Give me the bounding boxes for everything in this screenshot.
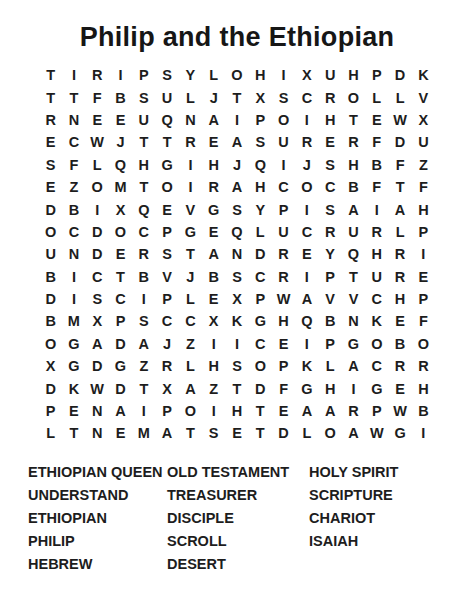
grid-cell[interactable]: C — [132, 221, 155, 243]
grid-cell[interactable]: P — [319, 333, 342, 355]
grid-cell[interactable]: A — [225, 176, 248, 198]
grid-cell[interactable]: S — [225, 266, 248, 288]
grid-cell[interactable]: T — [225, 86, 248, 108]
grid-cell[interactable]: H — [249, 64, 272, 86]
grid-cell[interactable]: E — [109, 243, 132, 265]
grid-cell[interactable]: A — [86, 333, 109, 355]
grid-cell[interactable]: I — [365, 198, 388, 220]
grid-cell[interactable]: H — [412, 377, 435, 399]
grid-cell[interactable]: A — [295, 400, 318, 422]
grid-cell[interactable]: N — [86, 422, 109, 444]
grid-cell[interactable]: S — [132, 86, 155, 108]
grid-cell[interactable]: L — [365, 86, 388, 108]
grid-cell[interactable]: T — [132, 131, 155, 153]
grid-cell[interactable]: I — [86, 198, 109, 220]
grid-cell[interactable]: L — [179, 355, 202, 377]
grid-cell[interactable]: I — [202, 333, 225, 355]
grid-cell[interactable]: G — [179, 221, 202, 243]
grid-cell[interactable]: A — [342, 355, 365, 377]
grid-cell[interactable]: C — [365, 288, 388, 310]
grid-cell[interactable]: W — [272, 288, 295, 310]
grid-cell[interactable]: F — [365, 131, 388, 153]
grid-cell[interactable]: H — [412, 198, 435, 220]
grid-cell[interactable]: A — [202, 243, 225, 265]
grid-cell[interactable]: X — [295, 64, 318, 86]
grid-cell[interactable]: R — [342, 131, 365, 153]
grid-cell[interactable]: I — [342, 377, 365, 399]
grid-cell[interactable]: D — [86, 243, 109, 265]
grid-cell[interactable]: I — [62, 266, 85, 288]
grid-cell[interactable]: O — [86, 176, 109, 198]
grid-cell[interactable]: F — [412, 310, 435, 332]
grid-cell[interactable]: H — [132, 154, 155, 176]
grid-cell[interactable]: K — [295, 355, 318, 377]
grid-cell[interactable]: N — [62, 243, 85, 265]
grid-cell[interactable]: N — [62, 109, 85, 131]
grid-cell[interactable]: P — [155, 221, 178, 243]
grid-cell[interactable]: T — [62, 86, 85, 108]
grid-cell[interactable]: R — [272, 266, 295, 288]
grid-cell[interactable]: C — [155, 310, 178, 332]
grid-cell[interactable]: Y — [249, 198, 272, 220]
grid-cell[interactable]: T — [179, 422, 202, 444]
grid-cell[interactable]: A — [109, 400, 132, 422]
grid-cell[interactable]: W — [388, 400, 411, 422]
grid-cell[interactable]: A — [342, 198, 365, 220]
grid-cell[interactable]: J — [155, 333, 178, 355]
grid-cell[interactable]: O — [225, 64, 248, 86]
grid-cell[interactable]: I — [272, 154, 295, 176]
grid-cell[interactable]: X — [86, 310, 109, 332]
grid-cell[interactable]: R — [39, 109, 62, 131]
grid-cell[interactable]: V — [179, 198, 202, 220]
grid-cell[interactable]: U — [412, 131, 435, 153]
grid-cell[interactable]: A — [202, 109, 225, 131]
grid-cell[interactable]: D — [39, 377, 62, 399]
grid-cell[interactable]: L — [388, 221, 411, 243]
grid-cell[interactable]: L — [86, 154, 109, 176]
grid-cell[interactable]: I — [179, 176, 202, 198]
grid-cell[interactable]: C — [319, 176, 342, 198]
grid-cell[interactable]: J — [109, 131, 132, 153]
grid-cell[interactable]: H — [249, 176, 272, 198]
grid-cell[interactable]: O — [39, 333, 62, 355]
grid-cell[interactable]: J — [295, 154, 318, 176]
grid-cell[interactable]: A — [132, 333, 155, 355]
grid-cell[interactable]: P — [39, 400, 62, 422]
grid-cell[interactable]: K — [225, 310, 248, 332]
grid-cell[interactable]: G — [155, 154, 178, 176]
grid-cell[interactable]: E — [388, 310, 411, 332]
word-list-item: DESERT — [167, 553, 309, 576]
grid-cell[interactable]: P — [272, 198, 295, 220]
grid-cell[interactable]: C — [62, 221, 85, 243]
grid-cell[interactable]: H — [225, 400, 248, 422]
grid-cell[interactable]: F — [365, 176, 388, 198]
grid-cell[interactable]: G — [62, 333, 85, 355]
grid-cell[interactable]: F — [272, 377, 295, 399]
grid-cell[interactable]: T — [249, 400, 272, 422]
grid-cell[interactable]: R — [388, 266, 411, 288]
grid-cell[interactable]: I — [412, 422, 435, 444]
grid-cell[interactable]: P — [109, 310, 132, 332]
grid-cell[interactable]: R — [412, 355, 435, 377]
grid-cell[interactable]: E — [62, 400, 85, 422]
grid-cell[interactable]: Z — [412, 154, 435, 176]
grid-cell[interactable]: H — [342, 154, 365, 176]
grid-cell[interactable]: S — [225, 355, 248, 377]
grid-cell[interactable]: T — [39, 86, 62, 108]
grid-cell[interactable]: S — [225, 198, 248, 220]
grid-cell[interactable]: Z — [132, 355, 155, 377]
grid-cell[interactable]: R — [155, 355, 178, 377]
grid-cell[interactable]: B — [39, 266, 62, 288]
grid-cell[interactable]: P — [155, 400, 178, 422]
grid-cell[interactable]: E — [412, 266, 435, 288]
grid-cell[interactable]: I — [62, 288, 85, 310]
grid-cell[interactable]: P — [249, 109, 272, 131]
grid-cell[interactable]: I — [132, 288, 155, 310]
grid-cell[interactable]: B — [388, 333, 411, 355]
grid-cell[interactable]: I — [225, 333, 248, 355]
grid-cell[interactable]: S — [249, 131, 272, 153]
word-search-grid: TIRIPSYLOHIXUHPDKTTFBSULJTXSCROLLVRNEEUQ… — [39, 64, 435, 445]
grid-cell[interactable]: O — [109, 221, 132, 243]
grid-cell[interactable]: T — [225, 377, 248, 399]
word-list-item: ISAIAH — [309, 530, 398, 553]
grid-cell[interactable]: P — [155, 288, 178, 310]
grid-cell[interactable]: E — [272, 333, 295, 355]
grid-cell[interactable]: S — [39, 154, 62, 176]
grid-cell[interactable]: E — [39, 176, 62, 198]
grid-cell[interactable]: B — [342, 176, 365, 198]
grid-cell[interactable]: Q — [295, 310, 318, 332]
grid-cell[interactable]: B — [39, 310, 62, 332]
grid-cell[interactable]: G — [342, 333, 365, 355]
grid-cell[interactable]: P — [365, 400, 388, 422]
grid-cell[interactable]: D — [388, 131, 411, 153]
grid-cell[interactable]: O — [272, 109, 295, 131]
grid-cell[interactable]: C — [109, 288, 132, 310]
grid-cell[interactable]: R — [132, 243, 155, 265]
grid-cell[interactable]: I — [295, 333, 318, 355]
grid-cell[interactable]: S — [132, 310, 155, 332]
grid-cell[interactable]: U — [319, 64, 342, 86]
grid-cell[interactable]: N — [179, 109, 202, 131]
grid-cell[interactable]: O — [365, 333, 388, 355]
grid-cell[interactable]: R — [202, 176, 225, 198]
word-bank: ETHIOPIAN QUEENUNDERSTANDETHIOPIANPHILIP… — [28, 461, 474, 576]
grid-cell[interactable]: T — [249, 422, 272, 444]
grid-cell[interactable]: O — [295, 176, 318, 198]
grid-cell[interactable]: R — [388, 243, 411, 265]
grid-cell[interactable]: G — [295, 377, 318, 399]
grid-cell[interactable]: H — [342, 64, 365, 86]
grid-cell[interactable]: H — [202, 154, 225, 176]
grid-cell[interactable]: D — [86, 221, 109, 243]
grid-cell[interactable]: S — [155, 64, 178, 86]
grid-cell[interactable]: O — [412, 333, 435, 355]
grid-cell[interactable]: S — [272, 86, 295, 108]
grid-cell[interactable]: G — [388, 422, 411, 444]
grid-cell[interactable]: P — [272, 355, 295, 377]
grid-cell[interactable]: O — [39, 221, 62, 243]
grid-cell[interactable]: F — [62, 154, 85, 176]
grid-cell[interactable]: L — [319, 355, 342, 377]
grid-cell[interactable]: U — [365, 266, 388, 288]
grid-cell[interactable]: B — [109, 86, 132, 108]
grid-cell[interactable]: Y — [319, 243, 342, 265]
grid-cell[interactable]: X — [155, 377, 178, 399]
grid-cell[interactable]: U — [272, 131, 295, 153]
grid-cell[interactable]: Q — [132, 198, 155, 220]
grid-cell[interactable]: O — [179, 400, 202, 422]
grid-cell[interactable]: A — [155, 422, 178, 444]
grid-cell[interactable]: T — [109, 266, 132, 288]
grid-cell[interactable]: C — [249, 333, 272, 355]
grid-cell[interactable]: A — [295, 288, 318, 310]
grid-cell[interactable]: S — [202, 422, 225, 444]
grid-cell[interactable]: C — [62, 131, 85, 153]
word-list-item: DISCIPLE — [167, 507, 309, 530]
grid-cell[interactable]: D — [86, 355, 109, 377]
grid-cell[interactable]: Q — [109, 154, 132, 176]
grid-cell[interactable]: A — [388, 198, 411, 220]
grid-cell[interactable]: J — [225, 154, 248, 176]
grid-cell[interactable]: I — [272, 64, 295, 86]
grid-cell[interactable]: T — [132, 176, 155, 198]
grid-cell[interactable]: W — [365, 422, 388, 444]
grid-cell[interactable]: R — [295, 131, 318, 153]
grid-cell[interactable]: I — [295, 266, 318, 288]
grid-cell[interactable]: B — [132, 266, 155, 288]
grid-cell[interactable]: O — [342, 86, 365, 108]
grid-cell[interactable]: D — [39, 288, 62, 310]
puzzle-title: Philip and the Ethiopian — [0, 0, 474, 53]
grid-cell[interactable]: W — [86, 377, 109, 399]
grid-cell[interactable]: N — [225, 243, 248, 265]
grid-cell[interactable]: B — [412, 400, 435, 422]
grid-cell[interactable]: I — [412, 243, 435, 265]
grid-cell[interactable]: E — [225, 422, 248, 444]
grid-cell[interactable]: C — [295, 86, 318, 108]
grid-cell[interactable]: U — [272, 221, 295, 243]
grid-cell[interactable]: A — [179, 377, 202, 399]
grid-cell[interactable]: G — [249, 310, 272, 332]
grid-cell[interactable]: H — [365, 243, 388, 265]
grid-cell[interactable]: R — [86, 64, 109, 86]
grid-cell[interactable]: T — [132, 377, 155, 399]
grid-cell[interactable]: V — [412, 86, 435, 108]
grid-cell[interactable]: L — [179, 86, 202, 108]
grid-cell[interactable]: T — [342, 266, 365, 288]
grid-cell[interactable]: R — [319, 86, 342, 108]
grid-cell[interactable]: N — [86, 400, 109, 422]
grid-cell[interactable]: D — [249, 243, 272, 265]
grid-cell[interactable]: S — [319, 198, 342, 220]
grid-cell[interactable]: H — [272, 310, 295, 332]
grid-cell[interactable]: C — [295, 221, 318, 243]
grid-cell[interactable]: T — [39, 64, 62, 86]
grid-cell[interactable]: T — [62, 422, 85, 444]
grid-cell[interactable]: R — [388, 355, 411, 377]
grid-cell[interactable]: P — [319, 266, 342, 288]
grid-cell[interactable]: W — [86, 131, 109, 153]
grid-cell[interactable]: Z — [179, 333, 202, 355]
grid-cell[interactable]: E — [202, 288, 225, 310]
grid-cell[interactable]: Q — [249, 154, 272, 176]
grid-cell[interactable]: N — [342, 310, 365, 332]
grid-cell[interactable]: E — [295, 243, 318, 265]
grid-cell[interactable]: C — [249, 266, 272, 288]
grid-cell[interactable]: K — [412, 64, 435, 86]
grid-cell[interactable]: T — [388, 176, 411, 198]
grid-cell[interactable]: C — [365, 355, 388, 377]
grid-cell[interactable]: B — [319, 310, 342, 332]
grid-cell[interactable]: E — [365, 109, 388, 131]
grid-cell[interactable]: T — [155, 131, 178, 153]
grid-cell[interactable]: X — [225, 288, 248, 310]
grid-cell[interactable]: C — [86, 266, 109, 288]
grid-cell[interactable]: P — [412, 288, 435, 310]
word-list-item: OLD TESTAMENT — [167, 461, 309, 484]
grid-cell[interactable]: E — [319, 131, 342, 153]
grid-cell[interactable]: K — [62, 377, 85, 399]
grid-cell[interactable]: J — [202, 86, 225, 108]
word-list-item: ETHIOPIAN QUEEN — [28, 461, 167, 484]
grid-cell[interactable]: I — [295, 198, 318, 220]
grid-cell[interactable]: B — [202, 266, 225, 288]
grid-cell[interactable]: L — [179, 288, 202, 310]
grid-cell[interactable]: X — [249, 86, 272, 108]
grid-cell[interactable]: Q — [225, 221, 248, 243]
grid-cell[interactable]: G — [365, 377, 388, 399]
grid-cell[interactable]: A — [319, 400, 342, 422]
grid-cell[interactable]: I — [132, 400, 155, 422]
grid-cell[interactable]: H — [388, 288, 411, 310]
grid-cell[interactable]: Y — [179, 64, 202, 86]
grid-cell[interactable]: A — [225, 131, 248, 153]
grid-cell[interactable]: I — [225, 109, 248, 131]
grid-cell[interactable]: L — [202, 64, 225, 86]
grid-cell[interactable]: E — [155, 198, 178, 220]
grid-cell[interactable]: O — [155, 176, 178, 198]
grid-cell[interactable]: U — [132, 109, 155, 131]
grid-cell[interactable]: P — [249, 288, 272, 310]
grid-cell[interactable]: X — [412, 109, 435, 131]
grid-cell[interactable]: H — [319, 109, 342, 131]
grid-cell[interactable]: P — [412, 221, 435, 243]
grid-cell[interactable]: E — [86, 109, 109, 131]
grid-cell[interactable]: B — [365, 154, 388, 176]
grid-cell[interactable]: I — [202, 400, 225, 422]
grid-cell[interactable]: D — [272, 422, 295, 444]
grid-cell[interactable]: I — [62, 64, 85, 86]
grid-cell[interactable]: S — [319, 154, 342, 176]
grid-cell[interactable]: X — [39, 355, 62, 377]
grid-cell[interactable]: D — [39, 198, 62, 220]
word-list-item: ETHIOPIAN — [28, 507, 167, 530]
grid-cell[interactable]: I — [295, 109, 318, 131]
grid-cell[interactable]: B — [62, 198, 85, 220]
word-list-item: HEBREW — [28, 553, 167, 576]
grid-cell[interactable]: E — [109, 109, 132, 131]
grid-cell[interactable]: Q — [155, 109, 178, 131]
grid-cell[interactable]: S — [155, 243, 178, 265]
grid-cell[interactable]: Z — [202, 377, 225, 399]
grid-cell[interactable]: E — [202, 221, 225, 243]
grid-cell[interactable]: R — [365, 221, 388, 243]
grid-cell[interactable]: T — [342, 109, 365, 131]
grid-cell[interactable]: U — [342, 221, 365, 243]
grid-cell[interactable]: C — [272, 176, 295, 198]
grid-cell[interactable]: G — [202, 198, 225, 220]
grid-cell[interactable]: G — [109, 355, 132, 377]
grid-cell[interactable]: E — [388, 377, 411, 399]
grid-cell[interactable]: V — [319, 288, 342, 310]
grid-cell[interactable]: M — [132, 422, 155, 444]
grid-cell[interactable]: P — [132, 64, 155, 86]
grid-cell[interactable]: H — [202, 355, 225, 377]
grid-cell[interactable]: L — [39, 422, 62, 444]
grid-cell[interactable]: W — [388, 109, 411, 131]
grid-cell[interactable]: R — [272, 243, 295, 265]
grid-cell[interactable]: I — [179, 154, 202, 176]
grid-cell[interactable]: J — [179, 266, 202, 288]
grid-cell[interactable]: K — [365, 310, 388, 332]
grid-cell[interactable]: L — [249, 221, 272, 243]
grid-cell[interactable]: F — [86, 86, 109, 108]
grid-cell[interactable]: E — [272, 400, 295, 422]
grid-cell[interactable]: D — [388, 64, 411, 86]
grid-cell[interactable]: V — [342, 288, 365, 310]
grid-cell[interactable]: F — [388, 154, 411, 176]
grid-cell[interactable]: X — [202, 310, 225, 332]
grid-cell[interactable]: R — [179, 131, 202, 153]
grid-cell[interactable]: S — [86, 288, 109, 310]
grid-cell[interactable]: U — [155, 86, 178, 108]
grid-cell[interactable]: D — [109, 377, 132, 399]
grid-cell[interactable]: T — [179, 243, 202, 265]
grid-cell[interactable]: U — [39, 243, 62, 265]
grid-cell[interactable]: P — [365, 64, 388, 86]
grid-cell[interactable]: E — [39, 131, 62, 153]
grid-cell[interactable]: L — [388, 86, 411, 108]
grid-cell[interactable]: G — [62, 355, 85, 377]
word-list-item: UNDERSTAND — [28, 484, 167, 507]
grid-cell[interactable]: E — [109, 422, 132, 444]
grid-cell[interactable]: E — [202, 131, 225, 153]
grid-cell[interactable]: R — [319, 221, 342, 243]
grid-cell[interactable]: Q — [342, 243, 365, 265]
grid-cell[interactable]: O — [319, 422, 342, 444]
grid-cell[interactable]: R — [342, 400, 365, 422]
grid-cell[interactable]: A — [342, 422, 365, 444]
grid-cell[interactable]: X — [109, 198, 132, 220]
grid-cell[interactable]: H — [319, 377, 342, 399]
grid-cell[interactable]: Z — [62, 176, 85, 198]
grid-cell[interactable]: O — [249, 355, 272, 377]
grid-cell[interactable]: D — [249, 377, 272, 399]
grid-cell[interactable]: C — [179, 310, 202, 332]
grid-cell[interactable]: I — [109, 64, 132, 86]
grid-cell[interactable]: L — [295, 422, 318, 444]
grid-cell[interactable]: F — [412, 176, 435, 198]
grid-cell[interactable]: M — [109, 176, 132, 198]
grid-cell[interactable]: D — [109, 333, 132, 355]
grid-cell[interactable]: M — [62, 310, 85, 332]
grid-cell[interactable]: V — [155, 266, 178, 288]
